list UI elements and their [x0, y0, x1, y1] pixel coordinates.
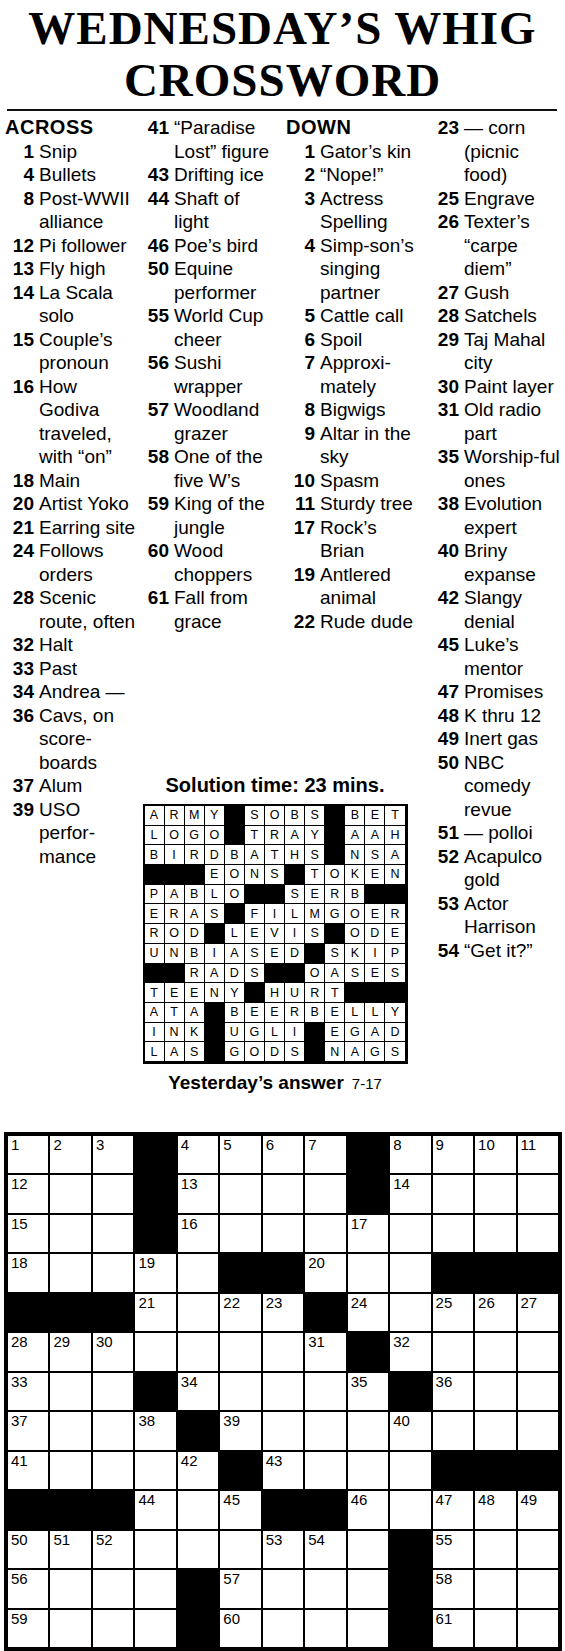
grid-cell-r13c12[interactable]: [474, 1609, 516, 1648]
solution-cell-r10c3: E: [185, 983, 205, 1003]
solution-cell-r7c1: R: [145, 924, 165, 944]
grid-cell-r11c7[interactable]: 53: [262, 1530, 304, 1569]
grid-cell-r12c13[interactable]: [517, 1569, 559, 1608]
grid-cell-r10c11[interactable]: 47: [432, 1490, 474, 1529]
grid-cell-r6c13[interactable]: [517, 1332, 559, 1371]
grid-cell-r2c6[interactable]: [219, 1174, 261, 1213]
grid-cell-r12c6[interactable]: 57: [219, 1569, 261, 1608]
cell-number: 6: [266, 1136, 274, 1154]
puzzle-grid: 1234567891011121314151617181920212223242…: [4, 1132, 562, 1651]
grid-cell-r4c4[interactable]: 19: [134, 1253, 176, 1292]
grid-cell-r7c11[interactable]: 36: [432, 1372, 474, 1411]
solution-cell-r3c10-black: [325, 845, 345, 865]
grid-cell-r10c6[interactable]: 45: [219, 1490, 261, 1529]
clue-across-12: 12Pi follower: [5, 234, 137, 258]
grid-cell-r12c3[interactable]: [92, 1569, 134, 1608]
clue-down-23: 23— corn (picnic food): [430, 116, 564, 187]
solution-cell-r13c6: O: [245, 1042, 265, 1062]
solution-cell-r5c12-black: [365, 885, 385, 905]
grid-cell-r9c9[interactable]: [347, 1451, 389, 1490]
grid-cell-r12c1[interactable]: 56: [7, 1569, 49, 1608]
clue-number: 51: [430, 821, 459, 845]
grid-cell-r8c1[interactable]: 37: [7, 1411, 49, 1450]
clue-text: Satchels: [464, 304, 564, 328]
clue-text: NBC comedy revue: [464, 751, 564, 822]
grid-cell-r8c9[interactable]: [347, 1411, 389, 1450]
grid-cell-r7c4-black: [134, 1372, 176, 1411]
solution-cell-r5c11: B: [345, 885, 365, 905]
solution-cell-r12c9-black: [305, 1023, 325, 1043]
grid-cell-r1c13[interactable]: 11: [517, 1135, 559, 1174]
solution-cell-r11c10: E: [325, 1003, 345, 1023]
clue-number: 60: [140, 539, 169, 586]
clue-across-44: 44Shaft of light: [140, 187, 274, 234]
grid-cell-r4c12-black: [474, 1253, 516, 1292]
grid-cell-r13c9[interactable]: [347, 1609, 389, 1648]
clue-number: 58: [140, 445, 169, 492]
grid-cell-r13c8[interactable]: [304, 1609, 346, 1648]
clue-number: 38: [430, 492, 459, 539]
clue-text: Sushi wrapper: [174, 351, 274, 398]
grid-cell-r8c4[interactable]: 38: [134, 1411, 176, 1450]
solution-cell-r9c7-black: [265, 964, 285, 984]
grid-cell-r8c6[interactable]: 39: [219, 1411, 261, 1450]
grid-cell-r5c10[interactable]: [389, 1293, 431, 1332]
yesterday-answer-label: Yesterday’s answer: [168, 1072, 344, 1093]
grid-cell-r9c8[interactable]: [304, 1451, 346, 1490]
grid-cell-r6c4[interactable]: [134, 1332, 176, 1371]
grid-cell-r1c11[interactable]: 9: [432, 1135, 474, 1174]
solution-cell-r2c5-black: [225, 826, 245, 846]
grid-cell-r7c8[interactable]: [304, 1372, 346, 1411]
grid-cell-r13c2[interactable]: [49, 1609, 91, 1648]
grid-cell-r2c1[interactable]: 12: [7, 1174, 49, 1213]
clue-across-4: 4Bullets: [5, 163, 137, 187]
grid-cell-r2c2[interactable]: [49, 1174, 91, 1213]
clue-text: Main: [39, 469, 137, 493]
grid-cell-r12c4[interactable]: [134, 1569, 176, 1608]
solution-cell-r2c12: A: [365, 826, 385, 846]
clue-number: 43: [140, 163, 169, 187]
solution-cell-r11c8: R: [285, 1003, 305, 1023]
grid-cell-r7c5[interactable]: 34: [177, 1372, 219, 1411]
clue-number: 5: [286, 304, 315, 328]
grid-cell-r11c5[interactable]: [177, 1530, 219, 1569]
grid-cell-r3c3[interactable]: [92, 1214, 134, 1253]
clue-number: 29: [430, 328, 459, 375]
grid-cell-r3c9[interactable]: 17: [347, 1214, 389, 1253]
grid-cell-r7c2[interactable]: [49, 1372, 91, 1411]
clue-across-15: 15Couple’s pronoun: [5, 328, 137, 375]
clue-text: Promises: [464, 680, 564, 704]
solution-cell-r4c1-black: [145, 865, 165, 885]
grid-cell-r9c3[interactable]: [92, 1451, 134, 1490]
grid-cell-r11c12[interactable]: [474, 1530, 516, 1569]
clue-down-1: 1Gator’s kin: [286, 140, 426, 164]
solution-cell-r13c7: D: [265, 1042, 285, 1062]
solution-cell-r11c3: A: [185, 1003, 205, 1023]
grid-cell-r6c6[interactable]: [219, 1332, 261, 1371]
solution-cell-r12c3: K: [185, 1023, 205, 1043]
grid-cell-r11c2[interactable]: 51: [49, 1530, 91, 1569]
grid-cell-r1c8[interactable]: 7: [304, 1135, 346, 1174]
solution-cell-r7c4-black: [205, 924, 225, 944]
grid-cell-r10c13[interactable]: 49: [517, 1490, 559, 1529]
grid-cell-r10c12[interactable]: 48: [474, 1490, 516, 1529]
grid-cell-r1c10[interactable]: 8: [389, 1135, 431, 1174]
clue-across-56: 56Sushi wrapper: [140, 351, 274, 398]
grid-cell-r10c9[interactable]: 46: [347, 1490, 389, 1529]
grid-cell-r3c11[interactable]: [432, 1214, 474, 1253]
clue-down-49: 49Inert gas: [430, 727, 564, 751]
grid-cell-r1c5[interactable]: 4: [177, 1135, 219, 1174]
clue-number: 2: [286, 163, 315, 187]
cell-number: 53: [266, 1531, 283, 1549]
grid-cell-r2c5[interactable]: 13: [177, 1174, 219, 1213]
cell-number: 7: [308, 1136, 316, 1154]
grid-cell-r1c1[interactable]: 1: [7, 1135, 49, 1174]
grid-cell-r11c1[interactable]: 50: [7, 1530, 49, 1569]
clue-text: La Scala solo: [39, 281, 137, 328]
grid-cell-r4c8[interactable]: 20: [304, 1253, 346, 1292]
yesterday-answer-grid: ARMYSOBSBETLOGOTRAYAAHBIRDBATHSNSAEONSTO…: [143, 804, 408, 1064]
grid-cell-r11c8[interactable]: 54: [304, 1530, 346, 1569]
grid-cell-r13c6[interactable]: 60: [219, 1609, 261, 1648]
grid-cell-r7c13[interactable]: [517, 1372, 559, 1411]
clue-number: 54: [430, 939, 459, 963]
clue-down-50: 50NBC comedy revue: [430, 751, 564, 822]
clue-down-3: 3Actress Spelling: [286, 187, 426, 234]
grid-cell-r2c11[interactable]: [432, 1174, 474, 1213]
grid-cell-r5c12[interactable]: 26: [474, 1293, 516, 1332]
grid-cell-r8c10[interactable]: 40: [389, 1411, 431, 1450]
solution-cell-r4c12: E: [365, 865, 385, 885]
grid-cell-r9c10[interactable]: [389, 1451, 431, 1490]
clue-text: “Get it?”: [464, 939, 564, 963]
clue-across-16: 16How Godiva traveled, with “on”: [5, 375, 137, 469]
grid-cell-r5c9[interactable]: 24: [347, 1293, 389, 1332]
clue-text: Andrea —: [39, 680, 137, 704]
solution-cell-r9c11: S: [345, 964, 365, 984]
clue-number: 56: [140, 351, 169, 398]
clue-number: 48: [430, 704, 459, 728]
grid-cell-r6c12[interactable]: [474, 1332, 516, 1371]
clue-number: 21: [5, 516, 34, 540]
grid-cell-r3c13[interactable]: [517, 1214, 559, 1253]
solution-cell-r6c11: O: [345, 904, 365, 924]
cell-number: 8: [393, 1136, 401, 1154]
clue-across-18: 18Main: [5, 469, 137, 493]
cell-number: 28: [11, 1333, 28, 1351]
clue-text: Pi follower: [39, 234, 137, 258]
grid-cell-r5c4[interactable]: 21: [134, 1293, 176, 1332]
grid-cell-r4c2[interactable]: [49, 1253, 91, 1292]
cell-number: 23: [266, 1294, 283, 1312]
clue-number: 15: [5, 328, 34, 375]
grid-cell-r7c3[interactable]: [92, 1372, 134, 1411]
clue-down-11: 11Sturdy tree: [286, 492, 426, 516]
solution-cell-r4c8-black: [285, 865, 305, 885]
clue-number: 11: [286, 492, 315, 516]
grid-cell-r2c7[interactable]: [262, 1174, 304, 1213]
grid-cell-r4c11-black: [432, 1253, 474, 1292]
solution-cell-r5c2: A: [165, 885, 185, 905]
grid-cell-r10c5[interactable]: [177, 1490, 219, 1529]
grid-cell-r11c4[interactable]: [134, 1530, 176, 1569]
clue-number: 24: [5, 539, 34, 586]
grid-cell-r4c1[interactable]: 18: [7, 1253, 49, 1292]
grid-cell-r7c1[interactable]: 33: [7, 1372, 49, 1411]
grid-cell-r7c7[interactable]: [262, 1372, 304, 1411]
cell-number: 25: [436, 1294, 453, 1312]
grid-cell-r13c3[interactable]: [92, 1609, 134, 1648]
grid-cell-r2c13[interactable]: [517, 1174, 559, 1213]
grid-cell-r11c3[interactable]: 52: [92, 1530, 134, 1569]
clue-down-17: 17Rock’s Brian: [286, 516, 426, 563]
grid-cell-r9c4[interactable]: [134, 1451, 176, 1490]
solution-cell-r3c12: S: [365, 845, 385, 865]
clue-down-31: 31Old radio part: [430, 398, 564, 445]
grid-cell-r1c12[interactable]: 10: [474, 1135, 516, 1174]
grid-cell-r3c2[interactable]: [49, 1214, 91, 1253]
cell-number: 9: [436, 1136, 444, 1154]
grid-cell-r5c5[interactable]: [177, 1293, 219, 1332]
grid-cell-r11c13[interactable]: [517, 1530, 559, 1569]
clue-text: Inert gas: [464, 727, 564, 751]
clue-number: 40: [430, 539, 459, 586]
grid-cell-r12c7[interactable]: [262, 1569, 304, 1608]
grid-cell-r1c6[interactable]: 5: [219, 1135, 261, 1174]
grid-cell-r5c11[interactable]: 25: [432, 1293, 474, 1332]
clue-text: Evolution expert: [464, 492, 564, 539]
yesterday-answer-caption: Yesterday’s answer7-17: [139, 1072, 411, 1094]
clue-number: 37: [5, 774, 34, 798]
grid-cell-r12c11[interactable]: 58: [432, 1569, 474, 1608]
across-header: ACROSS: [5, 116, 137, 140]
solution-cell-r9c10: A: [325, 964, 345, 984]
grid-cell-r5c13[interactable]: 27: [517, 1293, 559, 1332]
grid-cell-r3c5[interactable]: 16: [177, 1214, 219, 1253]
solution-cell-r9c3: R: [185, 964, 205, 984]
grid-cell-r10c8-black: [304, 1490, 346, 1529]
cell-number: 43: [266, 1452, 283, 1470]
clue-number: 44: [140, 187, 169, 234]
cell-number: 16: [181, 1215, 198, 1233]
grid-cell-r7c12[interactable]: [474, 1372, 516, 1411]
cell-number: 2: [53, 1136, 61, 1154]
solution-cell-r10c6-black: [245, 983, 265, 1003]
grid-cell-r10c10[interactable]: [389, 1490, 431, 1529]
grid-cell-r5c6[interactable]: 22: [219, 1293, 261, 1332]
clue-down-48: 48K thru 12: [430, 704, 564, 728]
grid-cell-r6c2[interactable]: 29: [49, 1332, 91, 1371]
grid-cell-r13c7[interactable]: [262, 1609, 304, 1648]
clue-down-47: 47Promises: [430, 680, 564, 704]
clue-down-52: 52Acapulco gold: [430, 845, 564, 892]
grid-cell-r6c5[interactable]: [177, 1332, 219, 1371]
clue-text: Follows orders: [39, 539, 137, 586]
grid-cell-r9c5[interactable]: 42: [177, 1451, 219, 1490]
clue-down-19: 19Antlered animal: [286, 563, 426, 610]
grid-cell-r2c12[interactable]: [474, 1174, 516, 1213]
grid-cell-r11c9[interactable]: [347, 1530, 389, 1569]
clue-number: 52: [430, 845, 459, 892]
solution-cell-r10c11-black: [345, 983, 365, 1003]
cell-number: 21: [138, 1294, 155, 1312]
clue-down-54: 54“Get it?”: [430, 939, 564, 963]
clue-down-5: 5Cattle call: [286, 304, 426, 328]
clue-down-7: 7Approxi-mately: [286, 351, 426, 398]
clue-number: 55: [140, 304, 169, 351]
grid-cell-r3c1[interactable]: 15: [7, 1214, 49, 1253]
clue-number: 50: [430, 751, 459, 822]
clue-number: 53: [430, 892, 459, 939]
clue-text: Acapulco gold: [464, 845, 564, 892]
grid-cell-r12c12[interactable]: [474, 1569, 516, 1608]
grid-cell-r3c7[interactable]: [262, 1214, 304, 1253]
grid-cell-r9c2[interactable]: [49, 1451, 91, 1490]
grid-cell-r4c7-black: [262, 1253, 304, 1292]
grid-cell-r8c3[interactable]: [92, 1411, 134, 1450]
solution-cell-r3c7: T: [265, 845, 285, 865]
grid-cell-r4c3[interactable]: [92, 1253, 134, 1292]
solution-cell-r11c12: L: [365, 1003, 385, 1023]
grid-cell-r13c11[interactable]: 61: [432, 1609, 474, 1648]
solution-cell-r8c13: P: [385, 944, 405, 964]
puzzle-date: 7-17: [352, 1075, 382, 1092]
grid-cell-r9c1[interactable]: 41: [7, 1451, 49, 1490]
solution-cell-r11c13: Y: [385, 1003, 405, 1023]
grid-cell-r11c11[interactable]: 55: [432, 1530, 474, 1569]
grid-cell-r12c2[interactable]: [49, 1569, 91, 1608]
clue-text: Scenic route, often: [39, 586, 137, 633]
cell-number: 19: [138, 1254, 155, 1272]
clue-across-1: 1Snip: [5, 140, 137, 164]
solution-cell-r5c8: S: [285, 885, 305, 905]
clue-number: 4: [5, 163, 34, 187]
clue-across-46: 46Poe’s bird: [140, 234, 274, 258]
grid-cell-r6c3[interactable]: 30: [92, 1332, 134, 1371]
grid-cell-r8c12[interactable]: [474, 1411, 516, 1450]
grid-cell-r2c8[interactable]: [304, 1174, 346, 1213]
grid-cell-r7c10-black: [389, 1372, 431, 1411]
grid-cell-r10c4[interactable]: 44: [134, 1490, 176, 1529]
clue-number: 3: [286, 187, 315, 234]
grid-cell-r8c8[interactable]: [304, 1411, 346, 1450]
clue-down-8: 8Bigwigs: [286, 398, 426, 422]
solution-cell-r6c7: I: [265, 904, 285, 924]
cell-number: 1: [11, 1136, 19, 1154]
grid-cell-r3c6[interactable]: [219, 1214, 261, 1253]
clue-text: Couple’s pronoun: [39, 328, 137, 375]
grid-cell-r1c7[interactable]: 6: [262, 1135, 304, 1174]
grid-cell-r12c8[interactable]: [304, 1569, 346, 1608]
clue-number: 41: [140, 116, 169, 163]
grid-cell-r8c7[interactable]: [262, 1411, 304, 1450]
solution-cell-r1c11: B: [345, 806, 365, 826]
grid-cell-r9c7[interactable]: 43: [262, 1451, 304, 1490]
clue-number: 39: [5, 798, 34, 869]
clue-across-55: 55World Cup cheer: [140, 304, 274, 351]
clue-across-36: 36Cavs, on score-boards: [5, 704, 137, 775]
grid-cell-r8c11[interactable]: [432, 1411, 474, 1450]
grid-cell-r5c7[interactable]: 23: [262, 1293, 304, 1332]
clue-text: Earring site: [39, 516, 137, 540]
clue-number: 14: [5, 281, 34, 328]
clue-across-28: 28Scenic route, often: [5, 586, 137, 633]
solution-cell-r9c5: D: [225, 964, 245, 984]
grid-cell-r3c12[interactable]: [474, 1214, 516, 1253]
grid-cell-r6c1[interactable]: 28: [7, 1332, 49, 1371]
grid-cell-r8c13[interactable]: [517, 1411, 559, 1450]
solution-cell-r2c11: A: [345, 826, 365, 846]
cell-number: 24: [351, 1294, 368, 1312]
grid-cell-r13c4[interactable]: [134, 1609, 176, 1648]
cell-number: 41: [11, 1452, 28, 1470]
solution-cell-r3c8: H: [285, 845, 305, 865]
grid-cell-r2c9-black: [347, 1174, 389, 1213]
grid-cell-r12c9[interactable]: [347, 1569, 389, 1608]
solution-cell-r13c10: N: [325, 1042, 345, 1062]
clue-across-57: 57Woodland grazer: [140, 398, 274, 445]
solution-cell-r10c7: H: [265, 983, 285, 1003]
solution-cell-r12c2: N: [165, 1023, 185, 1043]
clue-across-21: 21Earring site: [5, 516, 137, 540]
solution-cell-r13c4-black: [205, 1042, 225, 1062]
grid-cell-r3c10[interactable]: [389, 1214, 431, 1253]
solution-cell-r8c8: D: [285, 944, 305, 964]
cell-number: 36: [436, 1373, 453, 1391]
page-title: WEDNESDAY’S WHIG CROSSWORD: [0, 2, 565, 106]
grid-cell-r6c10[interactable]: 32: [389, 1332, 431, 1371]
grid-cell-r8c2[interactable]: [49, 1411, 91, 1450]
solution-cell-r12c6: G: [245, 1023, 265, 1043]
clue-text: Halt: [39, 633, 137, 657]
grid-cell-r3c8[interactable]: [304, 1214, 346, 1253]
grid-cell-r2c3[interactable]: [92, 1174, 134, 1213]
grid-cell-r6c11[interactable]: [432, 1332, 474, 1371]
grid-cell-r6c7[interactable]: [262, 1332, 304, 1371]
clue-text: Artist Yoko: [39, 492, 137, 516]
solution-cell-r10c12-black: [365, 983, 385, 1003]
cell-number: 17: [351, 1215, 368, 1233]
clue-down-6: 6Spoil: [286, 328, 426, 352]
grid-cell-r4c9[interactable]: [347, 1253, 389, 1292]
grid-cell-r2c10[interactable]: 14: [389, 1174, 431, 1213]
grid-cell-r7c6[interactable]: [219, 1372, 261, 1411]
solution-cell-r3c1: B: [145, 845, 165, 865]
clue-down-42: 42Slangy denial: [430, 586, 564, 633]
clue-text: “Nope!”: [320, 163, 426, 187]
grid-cell-r13c1[interactable]: 59: [7, 1609, 49, 1648]
grid-cell-r4c10[interactable]: [389, 1253, 431, 1292]
grid-cell-r11c6[interactable]: [219, 1530, 261, 1569]
cell-number: 4: [181, 1136, 189, 1154]
clue-across-13: 13Fly high: [5, 257, 137, 281]
solution-cell-r6c8: L: [285, 904, 305, 924]
solution-time: Solution time: 23 mins.: [139, 774, 411, 797]
grid-cell-r3c4-black: [134, 1214, 176, 1253]
grid-cell-r13c13[interactable]: [517, 1609, 559, 1648]
solution-cell-r8c2: N: [165, 944, 185, 964]
grid-cell-r1c3[interactable]: 3: [92, 1135, 134, 1174]
grid-cell-r6c8[interactable]: 31: [304, 1332, 346, 1371]
grid-cell-r4c5[interactable]: [177, 1253, 219, 1292]
cell-number: 38: [138, 1412, 155, 1430]
grid-cell-r7c9[interactable]: 35: [347, 1372, 389, 1411]
grid-cell-r1c2[interactable]: 2: [49, 1135, 91, 1174]
solution-cell-r8c1: U: [145, 944, 165, 964]
